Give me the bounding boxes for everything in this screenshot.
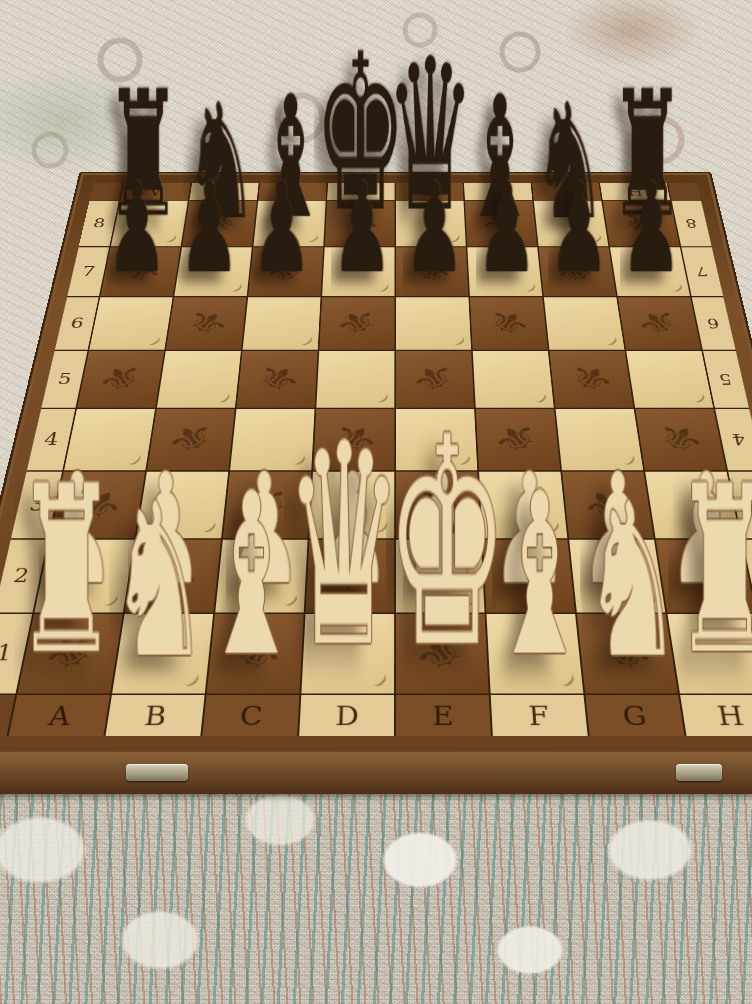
square-d6: ⚜ xyxy=(319,297,394,350)
square-a7: ⚜♟ xyxy=(100,247,180,296)
square-h7: ♟ xyxy=(610,247,690,296)
piece-black-pawn: ♟ xyxy=(548,167,610,292)
square-b6: ⚜ xyxy=(166,297,247,350)
square-f6: ⚜ xyxy=(470,297,548,350)
piece-white-knight: ♞ xyxy=(109,475,209,687)
piece-white-rook: ♜ xyxy=(673,456,752,687)
rank-label-right-7-text: 7 xyxy=(695,264,709,278)
file-label-bottom-c-text: C xyxy=(239,700,264,731)
square-h6: ⚜ xyxy=(618,297,701,350)
file-label-bottom-f-text: F xyxy=(527,700,550,731)
piece-black-pawn: ♟ xyxy=(106,167,168,292)
square-a1: ⚜♜ xyxy=(17,614,122,693)
rank-label-left-6-text: 6 xyxy=(69,315,85,331)
file-label-bottom-b: B xyxy=(105,695,204,736)
square-c7: ⚜♟ xyxy=(248,247,323,296)
chess-board: ABCDEFGH8♜⚜♞♝⚜♚♛⚜♝♞⚜♜87⚜♟♟⚜♟♟⚜♟♟⚜♟♟76⚜⚜⚜… xyxy=(0,172,752,758)
board-grid: ABCDEFGH8♜⚜♞♝⚜♚♛⚜♝♞⚜♜87⚜♟♟⚜♟♟⚜♟♟⚜♟♟76⚜⚜⚜… xyxy=(0,183,752,736)
file-label-bottom-c: C xyxy=(202,695,299,736)
file-label-bottom-e-text: E xyxy=(432,700,454,731)
square-b7: ♟ xyxy=(174,247,252,296)
piece-black-pawn: ♟ xyxy=(178,167,240,292)
square-f7: ♟ xyxy=(467,247,542,296)
box-front-edge xyxy=(0,752,752,794)
frame-corner-bottom-left xyxy=(0,695,15,736)
photo-scene: ABCDEFGH8♜⚜♞♝⚜♚♛⚜♝♞⚜♜87⚜♟♟⚜♟♟⚜♟♟⚜♟♟76⚜⚜⚜… xyxy=(0,0,752,1004)
square-g1: ⚜♞ xyxy=(577,614,678,693)
file-label-bottom-h-text: H xyxy=(715,700,746,731)
piece-white-knight: ♞ xyxy=(582,475,682,687)
square-d1: ♛ xyxy=(301,614,394,693)
file-label-bottom-d-text: D xyxy=(335,700,359,731)
piece-black-pawn: ♟ xyxy=(403,167,465,292)
file-label-bottom-g: G xyxy=(585,695,684,736)
square-g5: ⚜ xyxy=(549,351,633,408)
square-e1: ⚜♚ xyxy=(396,614,489,693)
rank-label-right-5-text: 5 xyxy=(718,371,734,388)
square-d7: ♟ xyxy=(322,247,394,296)
metal-clasp-right xyxy=(676,764,722,781)
file-label-bottom-d: D xyxy=(299,695,394,736)
piece-black-pawn: ♟ xyxy=(251,167,313,292)
square-b1: ♞ xyxy=(112,614,213,693)
file-label-bottom-h: H xyxy=(680,695,752,736)
file-label-bottom-b-text: B xyxy=(143,700,169,731)
square-e7: ⚜♟ xyxy=(396,247,468,296)
file-label-bottom-f: F xyxy=(491,695,588,736)
square-a5: ⚜ xyxy=(77,351,164,408)
file-label-bottom-e: E xyxy=(396,695,491,736)
square-g7: ⚜♟ xyxy=(539,247,616,296)
metal-clasp-left xyxy=(126,764,188,781)
board-scene: ABCDEFGH8♜⚜♞♝⚜♚♛⚜♝♞⚜♜87⚜♟♟⚜♟♟⚜♟♟⚜♟♟76⚜⚜⚜… xyxy=(0,0,752,1004)
piece-black-pawn: ♟ xyxy=(331,167,393,292)
piece-white-rook: ♜ xyxy=(14,456,118,687)
file-label-bottom-a: A xyxy=(9,695,110,736)
piece-black-pawn: ♟ xyxy=(476,167,538,292)
square-f1: ♝ xyxy=(486,614,583,693)
piece-black-pawn: ♟ xyxy=(620,167,682,292)
square-h1: ♜ xyxy=(667,614,752,693)
square-h5 xyxy=(626,351,713,408)
piece-white-bishop: ♝ xyxy=(490,464,590,688)
rank-label-right-6-text: 6 xyxy=(706,315,721,330)
